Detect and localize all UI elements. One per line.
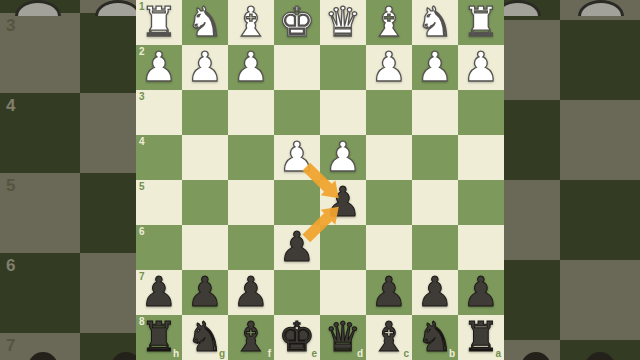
square-e8[interactable]: e♚ <box>274 315 320 360</box>
background-rank-label: 4 <box>6 97 15 114</box>
file-label-d: d <box>357 348 363 359</box>
square-g5[interactable] <box>182 180 228 225</box>
white-knight[interactable]: ♞ <box>412 0 458 45</box>
background-column <box>504 0 560 360</box>
square-a5[interactable] <box>458 180 504 225</box>
square-c6[interactable] <box>366 225 412 270</box>
square-d4[interactable]: ♟ <box>320 135 366 180</box>
square-h4[interactable]: 4 <box>136 135 182 180</box>
square-g3[interactable] <box>182 90 228 135</box>
black-pawn[interactable]: ♟ <box>228 270 274 315</box>
board-squares: 1♜♞♝♚♛♝♞♜2♟♟♟♟♟♟34♟♟5♟6♟7♟♟♟♟♟♟8h♜g♞f♝e♚… <box>136 0 504 360</box>
square-e3[interactable] <box>274 90 320 135</box>
black-pawn[interactable]: ♟ <box>458 270 504 315</box>
square-f3[interactable] <box>228 90 274 135</box>
square-g2[interactable]: ♟ <box>182 45 228 90</box>
square-h1[interactable]: 1♜ <box>136 0 182 45</box>
square-b5[interactable] <box>412 180 458 225</box>
black-pawn[interactable]: ♟ <box>412 270 458 315</box>
square-c8[interactable]: c♝ <box>366 315 412 360</box>
file-label-c: c <box>403 348 409 359</box>
square-e7[interactable] <box>274 270 320 315</box>
white-rook[interactable]: ♜ <box>458 0 504 45</box>
background-rank-label: 7 <box>6 337 15 354</box>
square-a1[interactable]: ♜ <box>458 0 504 45</box>
black-pawn[interactable]: ♟ <box>366 270 412 315</box>
rank-label-5: 5 <box>139 181 145 192</box>
square-c4[interactable] <box>366 135 412 180</box>
square-f8[interactable]: f♝ <box>228 315 274 360</box>
background-rank-label: 5 <box>6 177 15 194</box>
video-frame: 3 4 5 6 7 1♜♞♝♚♛ <box>0 0 640 360</box>
square-f7[interactable]: ♟ <box>228 270 274 315</box>
square-h2[interactable]: 2♟ <box>136 45 182 90</box>
square-a2[interactable]: ♟ <box>458 45 504 90</box>
square-f6[interactable] <box>228 225 274 270</box>
square-h7[interactable]: 7♟ <box>136 270 182 315</box>
square-e2[interactable] <box>274 45 320 90</box>
square-e4[interactable]: ♟ <box>274 135 320 180</box>
file-label-h: h <box>173 348 179 359</box>
square-b8[interactable]: b♞ <box>412 315 458 360</box>
chess-board: 1♜♞♝♚♛♝♞♜2♟♟♟♟♟♟34♟♟5♟6♟7♟♟♟♟♟♟8h♜g♞f♝e♚… <box>136 0 504 360</box>
background-column <box>560 0 640 360</box>
black-pawn[interactable]: ♟ <box>182 270 228 315</box>
square-c1[interactable]: ♝ <box>366 0 412 45</box>
square-b2[interactable]: ♟ <box>412 45 458 90</box>
square-a8[interactable]: a♜ <box>458 315 504 360</box>
white-queen[interactable]: ♛ <box>320 0 366 45</box>
white-pawn[interactable]: ♟ <box>412 45 458 90</box>
rank-label-1: 1 <box>139 1 145 12</box>
white-pawn[interactable]: ♟ <box>228 45 274 90</box>
square-d7[interactable] <box>320 270 366 315</box>
background-board-right <box>504 0 640 360</box>
square-e1[interactable]: ♚ <box>274 0 320 45</box>
file-label-e: e <box>311 348 317 359</box>
square-d1[interactable]: ♛ <box>320 0 366 45</box>
square-f2[interactable]: ♟ <box>228 45 274 90</box>
white-bishop[interactable]: ♝ <box>366 0 412 45</box>
square-b6[interactable] <box>412 225 458 270</box>
square-a3[interactable] <box>458 90 504 135</box>
file-label-g: g <box>219 348 225 359</box>
square-c2[interactable]: ♟ <box>366 45 412 90</box>
file-label-f: f <box>268 348 271 359</box>
square-f1[interactable]: ♝ <box>228 0 274 45</box>
file-label-a: a <box>495 348 501 359</box>
white-pawn[interactable]: ♟ <box>458 45 504 90</box>
square-h5[interactable]: 5 <box>136 180 182 225</box>
background-column <box>80 0 136 360</box>
square-f5[interactable] <box>228 180 274 225</box>
black-pawn[interactable]: ♟ <box>320 180 366 225</box>
square-b4[interactable] <box>412 135 458 180</box>
square-c5[interactable] <box>366 180 412 225</box>
square-g1[interactable]: ♞ <box>182 0 228 45</box>
square-d8[interactable]: d♛ <box>320 315 366 360</box>
rank-label-8: 8 <box>139 316 145 327</box>
square-d3[interactable] <box>320 90 366 135</box>
white-bishop[interactable]: ♝ <box>228 0 274 45</box>
square-c7[interactable]: ♟ <box>366 270 412 315</box>
square-g7[interactable]: ♟ <box>182 270 228 315</box>
background-rank-label: 3 <box>6 17 15 34</box>
rank-label-4: 4 <box>139 136 145 147</box>
square-e6[interactable]: ♟ <box>274 225 320 270</box>
background-rank-label: 6 <box>6 257 15 274</box>
square-d6[interactable] <box>320 225 366 270</box>
square-d5[interactable]: ♟ <box>320 180 366 225</box>
square-h8[interactable]: 8h♜ <box>136 315 182 360</box>
white-pawn[interactable]: ♟ <box>366 45 412 90</box>
square-h6[interactable]: 6 <box>136 225 182 270</box>
square-b1[interactable]: ♞ <box>412 0 458 45</box>
square-b3[interactable] <box>412 90 458 135</box>
background-board-left: 3 4 5 6 7 <box>0 0 136 360</box>
white-pawn[interactable]: ♟ <box>182 45 228 90</box>
file-label-b: b <box>449 348 455 359</box>
square-a6[interactable] <box>458 225 504 270</box>
square-b7[interactable]: ♟ <box>412 270 458 315</box>
white-knight[interactable]: ♞ <box>182 0 228 45</box>
rank-label-6: 6 <box>139 226 145 237</box>
rank-label-7: 7 <box>139 271 145 282</box>
square-f4[interactable] <box>228 135 274 180</box>
square-g6[interactable] <box>182 225 228 270</box>
square-e5[interactable] <box>274 180 320 225</box>
black-pawn[interactable]: ♟ <box>274 225 320 270</box>
square-a7[interactable]: ♟ <box>458 270 504 315</box>
white-king[interactable]: ♚ <box>274 0 320 45</box>
rank-label-3: 3 <box>139 91 145 102</box>
square-d2[interactable] <box>320 45 366 90</box>
square-g4[interactable] <box>182 135 228 180</box>
rank-label-2: 2 <box>139 46 145 57</box>
square-g8[interactable]: g♞ <box>182 315 228 360</box>
square-a4[interactable] <box>458 135 504 180</box>
white-pawn[interactable]: ♟ <box>274 135 320 180</box>
square-h3[interactable]: 3 <box>136 90 182 135</box>
square-c3[interactable] <box>366 90 412 135</box>
white-pawn[interactable]: ♟ <box>320 135 366 180</box>
